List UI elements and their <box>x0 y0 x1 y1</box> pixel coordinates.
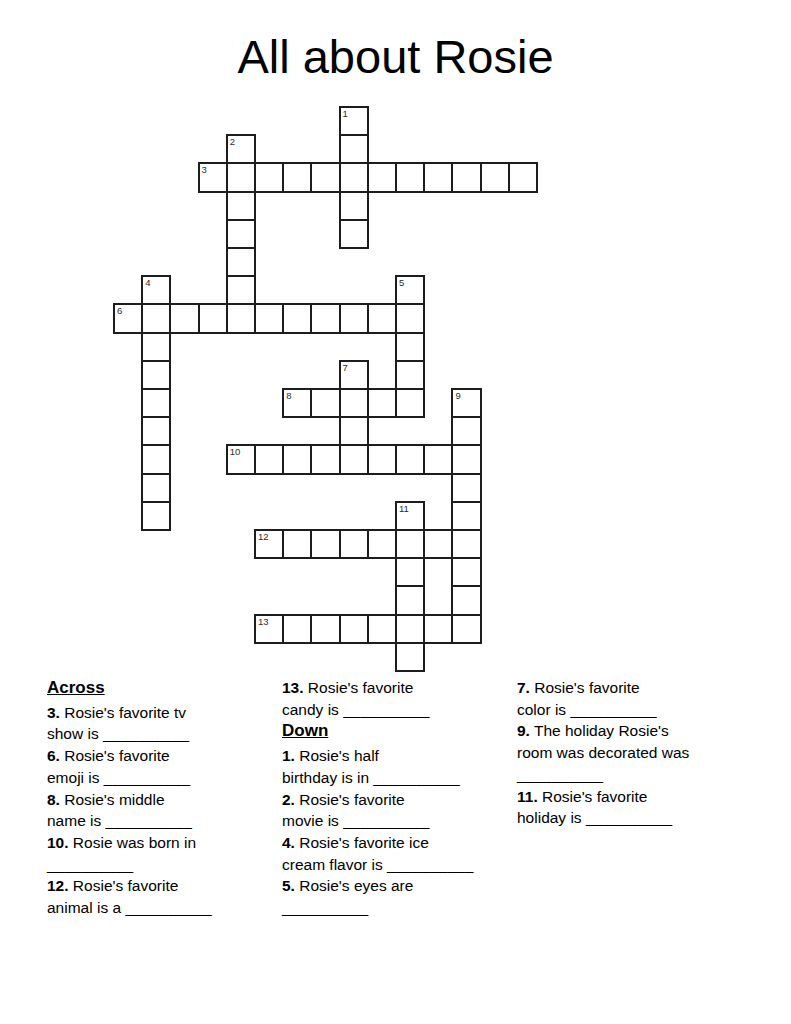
grid-cell[interactable] <box>282 444 312 474</box>
grid-cell[interactable] <box>310 162 340 192</box>
grid-cell[interactable]: 5 <box>395 275 425 305</box>
grid-cell[interactable]: 12 <box>254 529 284 559</box>
grid-cell[interactable] <box>226 303 256 333</box>
grid-cell[interactable] <box>282 303 312 333</box>
clue-line: 4. Rosie's favorite ice <box>282 832 517 854</box>
grid-cell[interactable] <box>423 614 453 644</box>
grid-cell[interactable] <box>339 219 369 249</box>
grid-cell[interactable]: 8 <box>282 388 312 418</box>
grid-cell[interactable] <box>367 162 397 192</box>
grid-cell[interactable] <box>254 162 284 192</box>
grid-cell[interactable] <box>141 360 171 390</box>
clue-line: animal is a __________ <box>47 897 272 919</box>
grid-cell[interactable] <box>226 191 256 221</box>
grid-cell[interactable] <box>451 444 481 474</box>
grid-cell[interactable] <box>310 614 340 644</box>
grid-cell[interactable]: 4 <box>141 275 171 305</box>
grid-cell[interactable] <box>339 134 369 164</box>
clue-line: candy is __________ <box>282 699 517 721</box>
grid-cell[interactable] <box>310 388 340 418</box>
grid-cell[interactable] <box>141 473 171 503</box>
crossword-worksheet: All about Rosie 12345678910111213 Across… <box>0 0 791 1024</box>
crossword-grid: 12345678910111213 <box>113 106 568 701</box>
clue-line: 12. Rosie's favorite <box>47 875 272 897</box>
grid-cell[interactable]: 6 <box>113 303 143 333</box>
grid-cell[interactable] <box>141 332 171 362</box>
grid-cell[interactable] <box>395 332 425 362</box>
clue-line: __________ <box>282 897 517 919</box>
clue-column-2: 13. Rosie's favoritecandy is __________D… <box>282 677 517 919</box>
grid-cell[interactable] <box>451 585 481 615</box>
clue-line: holiday is __________ <box>517 807 757 829</box>
clue-list-heading: Across <box>47 677 272 699</box>
grid-cell[interactable]: 1 <box>339 106 369 136</box>
clue-line: 7. Rosie's favorite <box>517 677 757 699</box>
grid-cell[interactable]: 10 <box>226 444 256 474</box>
grid-cell[interactable] <box>310 444 340 474</box>
grid-cell[interactable] <box>395 162 425 192</box>
clue-line: color is __________ <box>517 699 757 721</box>
grid-cell[interactable] <box>367 614 397 644</box>
grid-cell[interactable] <box>141 303 171 333</box>
grid-cell[interactable]: 9 <box>451 388 481 418</box>
clue-line: 9. The holiday Rosie's <box>517 720 757 742</box>
clue-line: 5. Rosie's eyes are <box>282 875 517 897</box>
grid-cell[interactable] <box>451 162 481 192</box>
grid-cell[interactable] <box>282 614 312 644</box>
clue-number-label: 3 <box>202 164 207 175</box>
clue-line: name is __________ <box>47 810 272 832</box>
grid-cell[interactable] <box>395 614 425 644</box>
clue-line: 10. Rosie was born in <box>47 832 272 854</box>
grid-cell[interactable] <box>141 444 171 474</box>
grid-cell[interactable] <box>141 416 171 446</box>
grid-cell[interactable] <box>254 303 284 333</box>
grid-cell[interactable] <box>395 303 425 333</box>
grid-cell[interactable] <box>395 388 425 418</box>
grid-cell[interactable] <box>310 303 340 333</box>
grid-cell[interactable] <box>339 416 369 446</box>
grid-cell[interactable] <box>395 529 425 559</box>
grid-cell[interactable] <box>198 303 228 333</box>
grid-cell[interactable] <box>395 585 425 615</box>
grid-cell[interactable] <box>141 388 171 418</box>
clue-number-label: 4 <box>145 277 150 288</box>
clue-number-label: 8 <box>286 390 291 401</box>
grid-cell[interactable] <box>226 275 256 305</box>
grid-cell[interactable] <box>367 388 397 418</box>
grid-cell[interactable] <box>339 303 369 333</box>
clue-line: cream flavor is __________ <box>282 854 517 876</box>
grid-cell[interactable] <box>423 162 453 192</box>
clue-line: 11. Rosie's favorite <box>517 786 757 808</box>
puzzle-title: All about Rosie <box>0 30 791 84</box>
grid-cell[interactable] <box>367 444 397 474</box>
clue-number-label: 6 <box>117 305 122 316</box>
clue-line: __________ <box>47 854 272 876</box>
grid-cell[interactable] <box>141 501 171 531</box>
clue-number-label: 2 <box>230 136 235 147</box>
clue-line: 13. Rosie's favorite <box>282 677 517 699</box>
grid-cell[interactable] <box>339 614 369 644</box>
clue-line: 8. Rosie's middle <box>47 789 272 811</box>
grid-cell[interactable] <box>480 162 510 192</box>
grid-cell[interactable] <box>169 303 199 333</box>
clue-number-label: 10 <box>230 446 241 457</box>
grid-cell[interactable] <box>367 303 397 333</box>
clue-line: 2. Rosie's favorite <box>282 789 517 811</box>
clue-column-3: 7. Rosie's favoritecolor is __________9.… <box>517 677 757 829</box>
clue-line: 1. Rosie's half <box>282 745 517 767</box>
grid-cell[interactable] <box>395 444 425 474</box>
clue-list-heading: Down <box>282 720 517 742</box>
clue-line: emoji is __________ <box>47 767 272 789</box>
grid-cell[interactable]: 13 <box>254 614 284 644</box>
clue-line: room was decorated was <box>517 742 757 764</box>
grid-cell[interactable] <box>339 444 369 474</box>
grid-cell[interactable] <box>339 529 369 559</box>
clue-line: 6. Rosie's favorite <box>47 745 272 767</box>
grid-cell[interactable] <box>226 162 256 192</box>
grid-cell[interactable] <box>395 360 425 390</box>
clue-line: __________ <box>517 764 757 786</box>
grid-cell[interactable] <box>451 501 481 531</box>
grid-cell[interactable] <box>423 529 453 559</box>
clue-number-label: 11 <box>399 503 409 514</box>
grid-cell[interactable]: 7 <box>339 360 369 390</box>
grid-cell[interactable]: 2 <box>226 134 256 164</box>
clue-line: birthday is in __________ <box>282 767 517 789</box>
grid-cell[interactable] <box>395 557 425 587</box>
grid-cell[interactable] <box>226 247 256 277</box>
grid-cell[interactable] <box>310 529 340 559</box>
clue-column-1: Across3. Rosie's favorite tvshow is ____… <box>47 677 272 919</box>
grid-cell[interactable] <box>423 444 453 474</box>
clue-line: 3. Rosie's favorite tv <box>47 702 272 724</box>
grid-cell[interactable] <box>226 219 256 249</box>
clue-line: show is __________ <box>47 723 272 745</box>
clue-number-label: 9 <box>455 390 460 401</box>
grid-cell[interactable] <box>282 529 312 559</box>
clue-number-label: 1 <box>343 108 348 119</box>
clue-number-label: 12 <box>258 531 269 542</box>
grid-cell[interactable]: 3 <box>198 162 228 192</box>
grid-cell[interactable] <box>451 614 481 644</box>
grid-cell[interactable] <box>451 529 481 559</box>
clue-number-label: 7 <box>343 362 348 373</box>
grid-cell[interactable] <box>395 642 425 672</box>
grid-cell[interactable] <box>451 416 481 446</box>
grid-cell[interactable] <box>339 388 369 418</box>
clue-number-label: 13 <box>258 616 269 627</box>
grid-cell[interactable] <box>367 529 397 559</box>
grid-cell[interactable] <box>451 473 481 503</box>
grid-cell[interactable] <box>254 444 284 474</box>
grid-cell[interactable] <box>282 162 312 192</box>
grid-cell[interactable] <box>451 557 481 587</box>
grid-cell[interactable]: 11 <box>395 501 425 531</box>
clue-number-label: 5 <box>399 277 404 288</box>
grid-cell[interactable] <box>339 162 369 192</box>
clue-line: movie is __________ <box>282 810 517 832</box>
grid-cell[interactable] <box>339 191 369 221</box>
grid-cell[interactable] <box>508 162 538 192</box>
